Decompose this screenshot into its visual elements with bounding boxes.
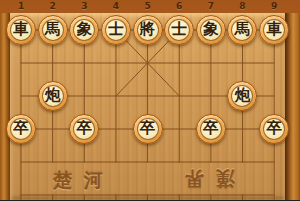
file-label-5: 5 (144, 0, 150, 12)
piece-face: 卒 (10, 118, 32, 140)
piece-black-elephant[interactable]: 象 (69, 15, 99, 45)
piece-black-horse[interactable]: 馬 (38, 15, 68, 45)
file-label-1: 1 (18, 0, 24, 12)
piece-face: 車 (263, 19, 285, 41)
piece-face: 卒 (73, 118, 95, 140)
piece-black-cannon[interactable]: 炮 (227, 81, 257, 111)
piece-character: 馬 (45, 22, 61, 38)
file-label-9: 9 (271, 0, 277, 12)
file-label-3: 3 (81, 0, 87, 12)
piece-character: 炮 (45, 88, 61, 104)
piece-face: 炮 (231, 85, 253, 107)
piece-character: 象 (203, 22, 219, 38)
piece-face: 馬 (231, 19, 253, 41)
piece-black-elephant[interactable]: 象 (196, 15, 226, 45)
piece-character: 馬 (235, 22, 251, 38)
file-label-7: 7 (208, 0, 214, 12)
file-label-2: 2 (50, 0, 56, 12)
file-label-8: 8 (239, 0, 245, 12)
piece-character: 卒 (203, 121, 219, 137)
piece-black-general[interactable]: 將 (133, 15, 163, 45)
piece-layer: 車馬象士將士象馬車炮炮卒卒卒卒卒 (5, 14, 290, 201)
piece-character: 將 (140, 22, 156, 38)
piece-black-soldier[interactable]: 卒 (133, 114, 163, 144)
piece-black-advisor[interactable]: 士 (101, 15, 131, 45)
file-number-labels: 123456789 (5, 0, 290, 12)
piece-character: 卒 (140, 121, 156, 137)
piece-character: 卒 (266, 121, 282, 137)
piece-character: 象 (77, 22, 93, 38)
file-label-4: 4 (113, 0, 119, 12)
xiangqi-app: 123456789 (0, 0, 300, 200)
piece-black-soldier[interactable]: 卒 (6, 114, 36, 144)
piece-character: 炮 (235, 88, 251, 104)
piece-character: 車 (13, 22, 29, 38)
piece-character: 卒 (77, 121, 93, 137)
file-label-6: 6 (176, 0, 182, 12)
piece-black-chariot[interactable]: 車 (6, 15, 36, 45)
piece-black-horse[interactable]: 馬 (227, 15, 257, 45)
piece-face: 將 (137, 19, 159, 41)
piece-black-advisor[interactable]: 士 (164, 15, 194, 45)
piece-character: 士 (171, 22, 187, 38)
piece-face: 卒 (200, 118, 222, 140)
piece-face: 象 (73, 19, 95, 41)
piece-face: 車 (10, 19, 32, 41)
piece-black-chariot[interactable]: 車 (259, 15, 289, 45)
piece-face: 卒 (137, 118, 159, 140)
piece-black-soldier[interactable]: 卒 (69, 114, 99, 144)
piece-face: 士 (105, 19, 127, 41)
piece-face: 炮 (42, 85, 64, 107)
piece-character: 士 (108, 22, 124, 38)
piece-face: 卒 (263, 118, 285, 140)
piece-black-soldier[interactable]: 卒 (259, 114, 289, 144)
piece-black-cannon[interactable]: 炮 (38, 81, 68, 111)
piece-face: 士 (168, 19, 190, 41)
piece-character: 車 (266, 22, 282, 38)
piece-character: 卒 (13, 121, 29, 137)
piece-black-soldier[interactable]: 卒 (196, 114, 226, 144)
piece-face: 象 (200, 19, 222, 41)
piece-face: 馬 (42, 19, 64, 41)
